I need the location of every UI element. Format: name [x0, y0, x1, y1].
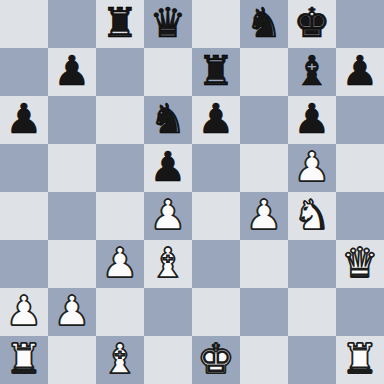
square-h3[interactable]: ♛: [336, 240, 384, 288]
square-g6[interactable]: ♟: [288, 96, 336, 144]
square-e2[interactable]: [192, 288, 240, 336]
black-rook-piece[interactable]: ♜: [102, 0, 139, 47]
square-f3[interactable]: [240, 240, 288, 288]
black-pawn-piece[interactable]: ♟: [150, 143, 187, 191]
square-b8[interactable]: [48, 0, 96, 48]
white-pawn-piece[interactable]: ♟: [294, 143, 331, 191]
square-e8[interactable]: [192, 0, 240, 48]
square-g7[interactable]: ♝: [288, 48, 336, 96]
white-rook-piece[interactable]: ♜: [342, 335, 379, 383]
square-f1[interactable]: [240, 336, 288, 384]
square-d6[interactable]: ♞: [144, 96, 192, 144]
white-pawn-piece[interactable]: ♟: [6, 287, 43, 335]
square-h6[interactable]: [336, 96, 384, 144]
square-e4[interactable]: [192, 192, 240, 240]
square-c6[interactable]: [96, 96, 144, 144]
square-b6[interactable]: [48, 96, 96, 144]
square-b5[interactable]: [48, 144, 96, 192]
square-g5[interactable]: ♟: [288, 144, 336, 192]
black-pawn-piece[interactable]: ♟: [54, 47, 91, 95]
black-knight-piece[interactable]: ♞: [246, 0, 283, 47]
chess-board: ♜♛♞♚♟♜♝♟♟♞♟♟♟♟♟♟♞♟♝♛♟♟♜♝♚♜: [0, 0, 384, 384]
black-bishop-piece[interactable]: ♝: [294, 47, 331, 95]
square-c1[interactable]: ♝: [96, 336, 144, 384]
square-d3[interactable]: ♝: [144, 240, 192, 288]
square-h8[interactable]: [336, 0, 384, 48]
black-pawn-piece[interactable]: ♟: [6, 95, 43, 143]
square-f8[interactable]: ♞: [240, 0, 288, 48]
square-f4[interactable]: ♟: [240, 192, 288, 240]
white-rook-piece[interactable]: ♜: [6, 335, 43, 383]
square-d8[interactable]: ♛: [144, 0, 192, 48]
square-h4[interactable]: [336, 192, 384, 240]
square-d7[interactable]: [144, 48, 192, 96]
black-pawn-piece[interactable]: ♟: [342, 47, 379, 95]
square-e7[interactable]: ♜: [192, 48, 240, 96]
white-queen-piece[interactable]: ♛: [342, 239, 379, 287]
white-pawn-piece[interactable]: ♟: [54, 287, 91, 335]
square-a8[interactable]: [0, 0, 48, 48]
square-e3[interactable]: [192, 240, 240, 288]
square-d2[interactable]: [144, 288, 192, 336]
black-king-piece[interactable]: ♚: [294, 0, 331, 47]
white-king-piece[interactable]: ♚: [198, 335, 235, 383]
square-g3[interactable]: [288, 240, 336, 288]
square-g1[interactable]: [288, 336, 336, 384]
square-c5[interactable]: [96, 144, 144, 192]
square-c4[interactable]: [96, 192, 144, 240]
square-g4[interactable]: ♞: [288, 192, 336, 240]
square-h5[interactable]: [336, 144, 384, 192]
square-g2[interactable]: [288, 288, 336, 336]
black-queen-piece[interactable]: ♛: [150, 0, 187, 47]
square-h2[interactable]: [336, 288, 384, 336]
square-c7[interactable]: [96, 48, 144, 96]
square-a1[interactable]: ♜: [0, 336, 48, 384]
square-f2[interactable]: [240, 288, 288, 336]
square-a7[interactable]: [0, 48, 48, 96]
square-a2[interactable]: ♟: [0, 288, 48, 336]
square-d4[interactable]: ♟: [144, 192, 192, 240]
square-c8[interactable]: ♜: [96, 0, 144, 48]
square-a5[interactable]: [0, 144, 48, 192]
square-b7[interactable]: ♟: [48, 48, 96, 96]
white-pawn-piece[interactable]: ♟: [246, 191, 283, 239]
white-pawn-piece[interactable]: ♟: [150, 191, 187, 239]
square-a3[interactable]: [0, 240, 48, 288]
square-b3[interactable]: [48, 240, 96, 288]
square-a4[interactable]: [0, 192, 48, 240]
square-h7[interactable]: ♟: [336, 48, 384, 96]
white-knight-piece[interactable]: ♞: [294, 191, 331, 239]
square-b1[interactable]: [48, 336, 96, 384]
square-b4[interactable]: [48, 192, 96, 240]
black-pawn-piece[interactable]: ♟: [294, 95, 331, 143]
black-pawn-piece[interactable]: ♟: [198, 95, 235, 143]
black-rook-piece[interactable]: ♜: [198, 47, 235, 95]
square-e1[interactable]: ♚: [192, 336, 240, 384]
square-f5[interactable]: [240, 144, 288, 192]
square-c3[interactable]: ♟: [96, 240, 144, 288]
square-d5[interactable]: ♟: [144, 144, 192, 192]
square-e5[interactable]: [192, 144, 240, 192]
square-f7[interactable]: [240, 48, 288, 96]
square-f6[interactable]: [240, 96, 288, 144]
square-a6[interactable]: ♟: [0, 96, 48, 144]
black-knight-piece[interactable]: ♞: [150, 95, 187, 143]
square-e6[interactable]: ♟: [192, 96, 240, 144]
white-bishop-piece[interactable]: ♝: [102, 335, 139, 383]
square-b2[interactable]: ♟: [48, 288, 96, 336]
square-c2[interactable]: [96, 288, 144, 336]
square-d1[interactable]: [144, 336, 192, 384]
white-pawn-piece[interactable]: ♟: [102, 239, 139, 287]
square-g8[interactable]: ♚: [288, 0, 336, 48]
square-h1[interactable]: ♜: [336, 336, 384, 384]
white-bishop-piece[interactable]: ♝: [150, 239, 187, 287]
